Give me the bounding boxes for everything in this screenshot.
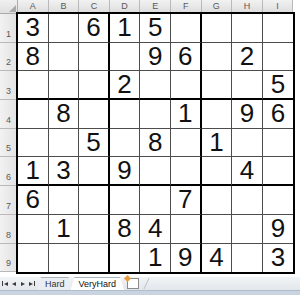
sudoku-cell-H3[interactable] — [232, 71, 263, 100]
sudoku-cell-I8[interactable]: 9 — [263, 215, 294, 244]
sudoku-cell-G5[interactable]: 1 — [202, 129, 233, 158]
last-sheet-button[interactable] — [27, 277, 36, 290]
sudoku-cell-F4[interactable]: 1 — [171, 100, 202, 129]
sudoku-cell-C7[interactable] — [79, 186, 110, 215]
sudoku-cell-B4[interactable]: 8 — [49, 100, 80, 129]
sudoku-cell-G7[interactable] — [202, 186, 233, 215]
sudoku-cell-D3[interactable]: 2 — [110, 71, 141, 100]
sudoku-cell-F2[interactable]: 6 — [171, 43, 202, 72]
sudoku-cell-G3[interactable] — [202, 71, 233, 100]
sudoku-cell-D1[interactable]: 1 — [110, 14, 141, 43]
sudoku-cell-F3[interactable] — [171, 71, 202, 100]
row-header-6[interactable]: 6 — [0, 157, 17, 186]
sudoku-cell-E8[interactable]: 4 — [140, 215, 171, 244]
sudoku-cell-A4[interactable] — [18, 100, 49, 129]
sudoku-cell-A3[interactable] — [18, 71, 49, 100]
sudoku-cell-F1[interactable] — [171, 14, 202, 43]
sudoku-cell-H5[interactable] — [232, 129, 263, 158]
sudoku-cell-A8[interactable] — [18, 215, 49, 244]
sudoku-cell-I5[interactable] — [263, 129, 294, 158]
sudoku-cell-B2[interactable] — [49, 43, 80, 72]
sudoku-cell-H2[interactable]: 2 — [232, 43, 263, 72]
sudoku-cell-C8[interactable] — [79, 215, 110, 244]
sudoku-cell-E3[interactable] — [140, 71, 171, 100]
sudoku-cell-C5[interactable]: 5 — [79, 129, 110, 158]
sudoku-cell-B9[interactable] — [49, 244, 80, 273]
sudoku-cell-A7[interactable]: 6 — [18, 186, 49, 215]
sudoku-cell-E7[interactable] — [140, 186, 171, 215]
sudoku-cell-E5[interactable]: 8 — [140, 129, 171, 158]
sudoku-cell-D7[interactable] — [110, 186, 141, 215]
sudoku-cell-I7[interactable] — [263, 186, 294, 215]
row-header-9[interactable]: 9 — [0, 244, 17, 273]
sudoku-cell-B8[interactable]: 1 — [49, 215, 80, 244]
first-sheet-button[interactable] — [0, 277, 9, 290]
sudoku-cell-D4[interactable] — [110, 100, 141, 129]
sudoku-cell-A6[interactable]: 1 — [18, 157, 49, 186]
sudoku-cell-I1[interactable] — [263, 14, 294, 43]
sudoku-cell-A1[interactable]: 3 — [18, 14, 49, 43]
sudoku-cell-H7[interactable] — [232, 186, 263, 215]
sudoku-cell-H4[interactable]: 9 — [232, 100, 263, 129]
sudoku-cell-E6[interactable] — [140, 157, 171, 186]
sudoku-cell-F8[interactable] — [171, 215, 202, 244]
row-header-2[interactable]: 2 — [0, 43, 17, 72]
spreadsheet-window: ABCDEFGHI 123456789 36158962258196581139… — [0, 0, 300, 295]
sudoku-cell-F9[interactable]: 9 — [171, 244, 202, 273]
row-headers: 123456789 — [0, 14, 17, 272]
sudoku-cell-C6[interactable] — [79, 157, 110, 186]
sheet-tab-veryhard[interactable]: VeryHard — [71, 277, 125, 290]
first-sheet-icon — [2, 281, 3, 286]
sudoku-cell-E4[interactable] — [140, 100, 171, 129]
last-sheet-icon — [29, 282, 33, 286]
tab-bar-divider — [143, 278, 149, 289]
sheet-tab-bar: HardVeryHard — [0, 277, 300, 290]
sudoku-cell-E1[interactable]: 5 — [140, 14, 171, 43]
sudoku-cell-H6[interactable]: 4 — [232, 157, 263, 186]
sudoku-cell-G9[interactable]: 4 — [202, 244, 233, 273]
insert-worksheet-button[interactable] — [124, 277, 142, 290]
sudoku-cell-D9[interactable] — [110, 244, 141, 273]
sudoku-grid: 3615896225819658113946718491943 — [16, 12, 295, 274]
sudoku-cell-B1[interactable] — [49, 14, 80, 43]
sudoku-cell-B5[interactable] — [49, 129, 80, 158]
sudoku-cell-G8[interactable] — [202, 215, 233, 244]
sudoku-cell-F5[interactable] — [171, 129, 202, 158]
sudoku-cell-D8[interactable]: 8 — [110, 215, 141, 244]
sudoku-cell-I9[interactable]: 3 — [263, 244, 294, 273]
sudoku-cell-H9[interactable] — [232, 244, 263, 273]
sheet-tab-hard[interactable]: Hard — [37, 277, 73, 290]
select-all-triangle-icon — [9, 5, 16, 12]
sudoku-cell-G4[interactable] — [202, 100, 233, 129]
row-header-1[interactable]: 1 — [0, 14, 17, 43]
sudoku-cell-H8[interactable] — [232, 215, 263, 244]
sudoku-cell-H1[interactable] — [232, 14, 263, 43]
row-header-5[interactable]: 5 — [0, 129, 17, 158]
sudoku-cell-C3[interactable] — [79, 71, 110, 100]
sudoku-cell-I2[interactable] — [263, 43, 294, 72]
sudoku-cell-D2[interactable] — [110, 43, 141, 72]
row-header-7[interactable]: 7 — [0, 186, 17, 215]
row-header-4[interactable]: 4 — [0, 100, 17, 129]
sudoku-cell-E2[interactable]: 9 — [140, 43, 171, 72]
sudoku-cell-D5[interactable] — [110, 129, 141, 158]
previous-sheet-icon — [12, 282, 16, 286]
next-sheet-button[interactable] — [18, 277, 27, 290]
sudoku-cell-G1[interactable] — [202, 14, 233, 43]
sudoku-cell-B7[interactable] — [49, 186, 80, 215]
row-header-8[interactable]: 8 — [0, 215, 17, 244]
sheet-tabs: HardVeryHard — [39, 277, 124, 290]
sudoku-cell-I3[interactable]: 5 — [263, 71, 294, 100]
row-header-3[interactable]: 3 — [0, 71, 17, 100]
sudoku-cell-A2[interactable]: 8 — [18, 43, 49, 72]
sudoku-cell-A5[interactable] — [18, 129, 49, 158]
sudoku-cell-D6[interactable]: 9 — [110, 157, 141, 186]
sudoku-cell-I6[interactable] — [263, 157, 294, 186]
previous-sheet-button[interactable] — [9, 277, 18, 290]
insert-worksheet-icon — [127, 278, 139, 289]
sudoku-cell-I4[interactable]: 6 — [263, 100, 294, 129]
next-sheet-icon — [21, 282, 25, 286]
sudoku-cell-E9[interactable]: 1 — [140, 244, 171, 273]
sudoku-cell-C2[interactable] — [79, 43, 110, 72]
sudoku-cell-A9[interactable] — [18, 244, 49, 273]
status-strip — [0, 290, 300, 295]
sudoku-cell-F6[interactable] — [171, 157, 202, 186]
sudoku-cell-F7[interactable]: 7 — [171, 186, 202, 215]
sudoku-cell-C1[interactable]: 6 — [79, 14, 110, 43]
sudoku-cell-G6[interactable] — [202, 157, 233, 186]
sudoku-cell-G2[interactable] — [202, 43, 233, 72]
sudoku-cell-C9[interactable] — [79, 244, 110, 273]
sudoku-cell-C4[interactable] — [79, 100, 110, 129]
sudoku-cell-B6[interactable]: 3 — [49, 157, 80, 186]
sudoku-cell-B3[interactable] — [49, 71, 80, 100]
